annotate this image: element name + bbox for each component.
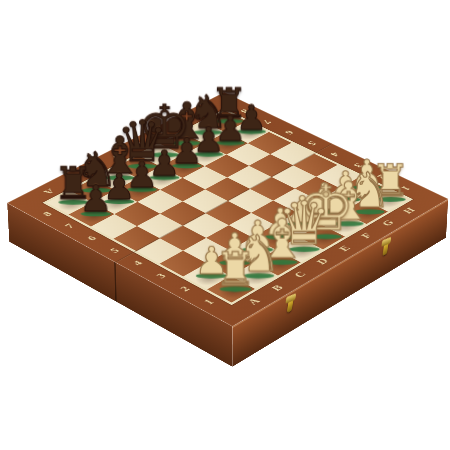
piece-glyph-rook: ♜ xyxy=(199,247,273,291)
fold-seam-side xyxy=(114,262,116,302)
brass-latch xyxy=(382,239,389,256)
felt-base xyxy=(81,211,111,216)
piece-glyph-pawn: ♟ xyxy=(60,182,131,217)
brass-latch xyxy=(287,295,294,313)
chess-set-photo: AABBCCDDEEFFGGHH1122334455667788 ♜♞♝♛♚♝♞… xyxy=(0,0,450,450)
chess-board: AABBCCDDEEFFGGHH1122334455667788 ♜♞♝♛♚♝♞… xyxy=(7,92,448,326)
